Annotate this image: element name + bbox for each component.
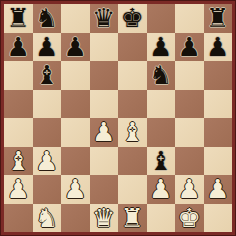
square-b2[interactable] <box>33 175 62 204</box>
black-bishop-icon: ♝ <box>35 61 58 89</box>
square-c8[interactable] <box>61 4 90 33</box>
square-g2[interactable]: ♟ <box>175 175 204 204</box>
square-g6[interactable] <box>175 61 204 90</box>
black-rook-icon: ♜ <box>7 4 30 32</box>
white-pawn-icon: ♟ <box>35 147 58 175</box>
square-h3[interactable] <box>204 147 233 176</box>
square-c3[interactable] <box>61 147 90 176</box>
square-a6[interactable] <box>4 61 33 90</box>
square-e2[interactable] <box>118 175 147 204</box>
square-f3[interactable]: ♝ <box>147 147 176 176</box>
square-d2[interactable] <box>90 175 119 204</box>
white-queen-icon: ♛ <box>92 204 115 232</box>
square-a1[interactable] <box>4 204 33 233</box>
square-g1[interactable]: ♚ <box>175 204 204 233</box>
square-c4[interactable] <box>61 118 90 147</box>
square-f8[interactable] <box>147 4 176 33</box>
square-d8[interactable]: ♛ <box>90 4 119 33</box>
square-c7[interactable]: ♟ <box>61 33 90 62</box>
square-a3[interactable]: ♝ <box>4 147 33 176</box>
square-d5[interactable] <box>90 90 119 119</box>
square-c1[interactable] <box>61 204 90 233</box>
board-frame: ♜♞♛♚♜♟♟♟♟♟♟♝♞♟♝♝♟♝♟♟♟♟♟♞♛♜♚ <box>0 0 236 236</box>
white-pawn-icon: ♟ <box>92 118 115 146</box>
white-pawn-icon: ♟ <box>7 175 30 203</box>
square-a8[interactable]: ♜ <box>4 4 33 33</box>
square-h2[interactable]: ♟ <box>204 175 233 204</box>
square-a5[interactable] <box>4 90 33 119</box>
black-rook-icon: ♜ <box>206 4 229 32</box>
square-e8[interactable]: ♚ <box>118 4 147 33</box>
square-a7[interactable]: ♟ <box>4 33 33 62</box>
white-rook-icon: ♜ <box>121 204 144 232</box>
square-b6[interactable]: ♝ <box>33 61 62 90</box>
black-knight-icon: ♞ <box>149 61 172 89</box>
square-b7[interactable]: ♟ <box>33 33 62 62</box>
square-d4[interactable]: ♟ <box>90 118 119 147</box>
square-c5[interactable] <box>61 90 90 119</box>
black-pawn-icon: ♟ <box>7 33 30 61</box>
white-bishop-icon: ♝ <box>7 147 30 175</box>
square-f2[interactable]: ♟ <box>147 175 176 204</box>
square-d6[interactable] <box>90 61 119 90</box>
black-bishop-icon: ♝ <box>149 147 172 175</box>
square-a4[interactable] <box>4 118 33 147</box>
black-queen-icon: ♛ <box>92 4 115 32</box>
white-pawn-icon: ♟ <box>178 175 201 203</box>
square-f5[interactable] <box>147 90 176 119</box>
square-f4[interactable] <box>147 118 176 147</box>
square-c2[interactable]: ♟ <box>61 175 90 204</box>
square-b3[interactable]: ♟ <box>33 147 62 176</box>
white-pawn-icon: ♟ <box>149 175 172 203</box>
square-g7[interactable]: ♟ <box>175 33 204 62</box>
square-h1[interactable] <box>204 204 233 233</box>
square-g5[interactable] <box>175 90 204 119</box>
square-e1[interactable]: ♜ <box>118 204 147 233</box>
square-h4[interactable] <box>204 118 233 147</box>
black-pawn-icon: ♟ <box>149 33 172 61</box>
square-b5[interactable] <box>33 90 62 119</box>
square-e4[interactable]: ♝ <box>118 118 147 147</box>
square-b8[interactable]: ♞ <box>33 4 62 33</box>
black-knight-icon: ♞ <box>35 4 58 32</box>
square-f6[interactable]: ♞ <box>147 61 176 90</box>
white-pawn-icon: ♟ <box>206 175 229 203</box>
white-knight-icon: ♞ <box>35 204 58 232</box>
white-king-icon: ♚ <box>178 204 201 232</box>
black-pawn-icon: ♟ <box>178 33 201 61</box>
square-e3[interactable] <box>118 147 147 176</box>
square-g4[interactable] <box>175 118 204 147</box>
square-d1[interactable]: ♛ <box>90 204 119 233</box>
square-g3[interactable] <box>175 147 204 176</box>
square-b1[interactable]: ♞ <box>33 204 62 233</box>
white-bishop-icon: ♝ <box>121 118 144 146</box>
square-d3[interactable] <box>90 147 119 176</box>
square-f1[interactable] <box>147 204 176 233</box>
square-h8[interactable]: ♜ <box>204 4 233 33</box>
square-h6[interactable] <box>204 61 233 90</box>
square-e7[interactable] <box>118 33 147 62</box>
square-h7[interactable]: ♟ <box>204 33 233 62</box>
square-h5[interactable] <box>204 90 233 119</box>
square-c6[interactable] <box>61 61 90 90</box>
black-pawn-icon: ♟ <box>206 33 229 61</box>
black-pawn-icon: ♟ <box>64 33 87 61</box>
square-e6[interactable] <box>118 61 147 90</box>
black-pawn-icon: ♟ <box>35 33 58 61</box>
square-e5[interactable] <box>118 90 147 119</box>
square-d7[interactable] <box>90 33 119 62</box>
chess-board: ♜♞♛♚♜♟♟♟♟♟♟♝♞♟♝♝♟♝♟♟♟♟♟♞♛♜♚ <box>4 4 232 232</box>
square-b4[interactable] <box>33 118 62 147</box>
square-f7[interactable]: ♟ <box>147 33 176 62</box>
black-king-icon: ♚ <box>121 4 144 32</box>
square-a2[interactable]: ♟ <box>4 175 33 204</box>
white-pawn-icon: ♟ <box>64 175 87 203</box>
square-g8[interactable] <box>175 4 204 33</box>
